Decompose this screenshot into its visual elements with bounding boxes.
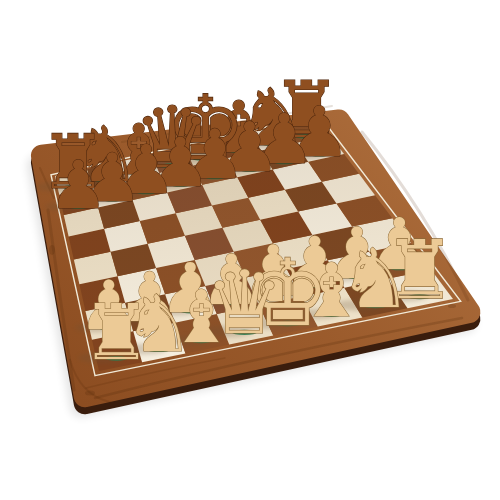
piece-black-pawn-a7[interactable]: ♟ [48, 146, 108, 224]
chess-set-product-photo: ♜♞♝♚♛♝♞♜♟♟♟♟♟♟♟♟♟♟♟♟♟♟♟♟♜♞♝♚♛♝♞♜ [0, 0, 500, 500]
chess-scene-svg: ♜♞♝♚♛♝♞♜♟♟♟♟♟♟♟♟♟♟♟♟♟♟♟♟♜♞♝♚♛♝♞♜ [0, 0, 500, 500]
piece-white-rook-a1[interactable]: ♜ [82, 288, 151, 377]
